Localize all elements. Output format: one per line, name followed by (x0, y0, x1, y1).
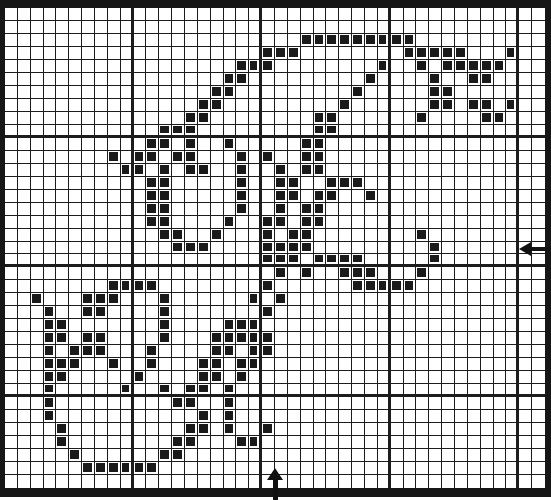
grid-cell (134, 293, 147, 306)
grid-cell (365, 397, 378, 410)
grid-cell (352, 397, 365, 410)
grid-cell (69, 462, 82, 475)
grid-cell (506, 34, 519, 47)
grid-cell (481, 319, 494, 332)
grid-cell (198, 86, 211, 99)
grid-cell (301, 112, 314, 125)
stitch-cell-filled (275, 242, 288, 255)
grid-cell (211, 475, 224, 488)
grid-cell (326, 332, 339, 345)
grid-cell (5, 242, 18, 255)
grid-cell (236, 138, 249, 151)
grid-cell (236, 216, 249, 229)
grid-cell (108, 423, 121, 436)
grid-cell (249, 151, 262, 164)
grid-cell (481, 436, 494, 449)
grid-cell (391, 267, 404, 280)
stitch-cell-filled (172, 449, 185, 462)
grid-cell (95, 112, 108, 125)
grid-cell (82, 21, 95, 34)
grid-cell (108, 47, 121, 60)
grid-cell (339, 462, 352, 475)
grid-cell (506, 475, 519, 488)
grid-cell (391, 371, 404, 384)
grid-cell (416, 449, 429, 462)
grid-cell (82, 73, 95, 86)
grid-cell (378, 371, 391, 384)
grid-cell (506, 21, 519, 34)
grid-cell (108, 384, 121, 397)
grid-cell (301, 410, 314, 423)
grid-cell (95, 449, 108, 462)
grid-cell (146, 8, 159, 21)
grid-cell (159, 242, 172, 255)
grid-cell (249, 280, 262, 293)
grid-cell (211, 190, 224, 203)
grid-cell (5, 254, 18, 267)
stitch-cell-filled (481, 99, 494, 112)
grid-cell (56, 280, 69, 293)
grid-cell (172, 462, 185, 475)
grid-cell (378, 138, 391, 151)
grid-cell (31, 449, 44, 462)
grid-cell (442, 112, 455, 125)
grid-cell (506, 125, 519, 138)
stitch-cell-filled (236, 190, 249, 203)
grid-cell (44, 293, 57, 306)
grid-cell (301, 99, 314, 112)
grid-cell (416, 8, 429, 21)
grid-cell (56, 254, 69, 267)
grid-cell (506, 462, 519, 475)
grid-cell (69, 475, 82, 488)
grid-cell (82, 449, 95, 462)
grid-cell (134, 138, 147, 151)
grid-cell (224, 475, 237, 488)
grid-cell (314, 397, 327, 410)
grid-cell (18, 254, 31, 267)
stitch-cell-filled (198, 242, 211, 255)
stitch-cell-filled (121, 164, 134, 177)
grid-cell (301, 436, 314, 449)
grid-cell (339, 190, 352, 203)
grid-cell (69, 436, 82, 449)
grid-cell (18, 449, 31, 462)
grid-cell (262, 319, 275, 332)
grid-cell (249, 112, 262, 125)
grid-cell (416, 242, 429, 255)
grid-cell (5, 332, 18, 345)
grid-cell (82, 164, 95, 177)
grid-cell (172, 86, 185, 99)
grid-cell (44, 138, 57, 151)
stitch-cell-filled (314, 151, 327, 164)
grid-cell (134, 332, 147, 345)
grid-cell (236, 345, 249, 358)
stitch-cell-filled (159, 164, 172, 177)
grid-cell (146, 125, 159, 138)
grid-cell (442, 462, 455, 475)
grid-cell (31, 86, 44, 99)
stitch-cell-filled (275, 203, 288, 216)
grid-cell (82, 112, 95, 125)
grid-cell (44, 151, 57, 164)
grid-cell (224, 60, 237, 73)
stitch-cell-filled (185, 112, 198, 125)
grid-cell (339, 47, 352, 60)
grid-cell (31, 280, 44, 293)
grid-cell (365, 86, 378, 99)
stitch-cell-filled (134, 462, 147, 475)
grid-cell (5, 423, 18, 436)
grid-cell (249, 177, 262, 190)
grid-cell (198, 319, 211, 332)
grid-cell (134, 112, 147, 125)
grid-cell (481, 423, 494, 436)
grid-cell (301, 86, 314, 99)
pattern-chart-page (0, 0, 551, 500)
grid-cell (506, 177, 519, 190)
stitch-cell-filled (146, 203, 159, 216)
grid-cell (404, 73, 417, 86)
grid-cell (69, 112, 82, 125)
grid-cell (275, 151, 288, 164)
grid-cell (56, 21, 69, 34)
grid-cell (185, 254, 198, 267)
stitch-cell-filled (236, 73, 249, 86)
grid-cell (211, 47, 224, 60)
grid-cell (185, 475, 198, 488)
grid-cell (249, 449, 262, 462)
grid-cell (301, 423, 314, 436)
stitch-cell-filled (224, 332, 237, 345)
grid-cell (5, 436, 18, 449)
grid-cell (455, 125, 468, 138)
grid-cell (339, 138, 352, 151)
grid-cell (301, 177, 314, 190)
grid-cell (69, 125, 82, 138)
grid-cell (95, 34, 108, 47)
grid-cell (108, 216, 121, 229)
grid-cell (172, 203, 185, 216)
grid-cell (416, 371, 429, 384)
grid-cell (339, 112, 352, 125)
grid-cell (416, 319, 429, 332)
grid-cell (69, 8, 82, 21)
grid-cell (468, 449, 481, 462)
grid-cell (339, 306, 352, 319)
grid-cell (378, 306, 391, 319)
grid-cell (249, 423, 262, 436)
grid-cell (429, 436, 442, 449)
stitch-cell-filled (108, 293, 121, 306)
grid-cell (468, 151, 481, 164)
grid-cell (468, 423, 481, 436)
grid-cell (134, 86, 147, 99)
stitch-cell-filled (146, 177, 159, 190)
grid-cell (326, 358, 339, 371)
grid-cell (404, 125, 417, 138)
grid-cell (172, 34, 185, 47)
grid-cell (275, 99, 288, 112)
grid-cell (224, 34, 237, 47)
grid-cell (506, 112, 519, 125)
grid-cell (301, 345, 314, 358)
grid-cell (146, 293, 159, 306)
grid-cell (108, 203, 121, 216)
stitch-cell-filled (468, 99, 481, 112)
grid-cell (224, 449, 237, 462)
grid-cell (506, 384, 519, 397)
stitch-cell-filled (481, 73, 494, 86)
stitch-cell-filled (44, 397, 57, 410)
grid-cell (249, 86, 262, 99)
grid-cell (69, 86, 82, 99)
grid-cell (18, 177, 31, 190)
grid-cell (326, 345, 339, 358)
stitch-cell-filled (262, 254, 275, 267)
grid-cell (455, 151, 468, 164)
grid-cell (134, 436, 147, 449)
grid-cell (56, 345, 69, 358)
stitch-cell-filled (95, 462, 108, 475)
grid-cell (416, 436, 429, 449)
grid-cell (198, 21, 211, 34)
grid-cell (481, 293, 494, 306)
grid-cell (391, 436, 404, 449)
grid-cell (326, 60, 339, 73)
stitch-cell-filled (236, 60, 249, 73)
stitch-cell-filled (249, 358, 262, 371)
grid-cell (404, 254, 417, 267)
grid-cell (159, 423, 172, 436)
grid-cell (288, 99, 301, 112)
grid-cell (519, 203, 532, 216)
grid-cell (301, 190, 314, 203)
grid-cell (314, 60, 327, 73)
grid-cell (301, 8, 314, 21)
grid-cell (339, 371, 352, 384)
grid-cell (442, 203, 455, 216)
grid-cell (532, 151, 545, 164)
grid-cell (185, 306, 198, 319)
stitch-cell-filled (314, 254, 327, 267)
grid-cell (391, 254, 404, 267)
stitch-cell-filled (416, 229, 429, 242)
grid-cell (185, 371, 198, 384)
stitch-cell-filled (249, 436, 262, 449)
grid-cell (108, 86, 121, 99)
grid-cell (82, 47, 95, 60)
stitch-cell-filled (301, 34, 314, 47)
stitch-cell-filled (275, 293, 288, 306)
grid-cell (108, 190, 121, 203)
grid-cell (506, 242, 519, 255)
grid-cell (82, 34, 95, 47)
stitch-cell-filled (159, 138, 172, 151)
stitch-cell-filled (301, 138, 314, 151)
grid-cell (5, 73, 18, 86)
grid-cell (224, 151, 237, 164)
grid-cell (378, 216, 391, 229)
stitch-cell-filled (339, 34, 352, 47)
grid-cell (314, 475, 327, 488)
grid-cell (18, 99, 31, 112)
grid-cell (494, 254, 507, 267)
grid-cell (404, 384, 417, 397)
grid-cell (44, 34, 57, 47)
grid-cell (236, 475, 249, 488)
grid-cell (301, 280, 314, 293)
grid-cell (391, 125, 404, 138)
stitch-cell-filled (172, 397, 185, 410)
grid-cell (391, 8, 404, 21)
grid-cell (56, 73, 69, 86)
stitch-cell-filled (481, 112, 494, 125)
grid-cell (391, 151, 404, 164)
grid-cell (82, 358, 95, 371)
grid-cell (519, 73, 532, 86)
stitch-cell-filled (224, 138, 237, 151)
stitch-cell-filled (44, 384, 57, 397)
grid-cell (378, 410, 391, 423)
grid-cell (44, 8, 57, 21)
grid-cell (198, 449, 211, 462)
grid-cell (172, 306, 185, 319)
stitch-cell-filled (121, 280, 134, 293)
grid-cell (339, 8, 352, 21)
stitch-cell-filled (159, 216, 172, 229)
grid-cell (44, 99, 57, 112)
grid-cell (95, 216, 108, 229)
grid-cell (352, 242, 365, 255)
grid-cell (185, 449, 198, 462)
stitch-cell-filled (249, 345, 262, 358)
grid-cell (5, 345, 18, 358)
grid-cell (5, 267, 18, 280)
stitch-chart-grid (0, 0, 551, 497)
grid-cell (172, 164, 185, 177)
grid-cell (224, 177, 237, 190)
grid-cell (532, 216, 545, 229)
grid-cell (134, 47, 147, 60)
grid-cell (44, 423, 57, 436)
grid-cell (288, 216, 301, 229)
grid-cell (391, 449, 404, 462)
grid-cell (262, 138, 275, 151)
grid-cell (352, 112, 365, 125)
grid-cell (468, 306, 481, 319)
grid-cell (314, 358, 327, 371)
grid-cell (262, 358, 275, 371)
stitch-cell-filled (146, 151, 159, 164)
grid-cell (352, 229, 365, 242)
grid-cell (121, 229, 134, 242)
grid-cell (455, 164, 468, 177)
grid-cell (442, 254, 455, 267)
grid-cell (519, 125, 532, 138)
grid-cell (159, 345, 172, 358)
stitch-cell-filled (82, 462, 95, 475)
center-column-arrow-icon (266, 468, 284, 500)
grid-cell (31, 47, 44, 60)
grid-cell (5, 190, 18, 203)
grid-cell (519, 280, 532, 293)
grid-cell (172, 358, 185, 371)
grid-cell (532, 86, 545, 99)
grid-cell (494, 21, 507, 34)
grid-cell (18, 332, 31, 345)
grid-cell (494, 345, 507, 358)
grid-cell (378, 384, 391, 397)
grid-cell (519, 293, 532, 306)
grid-cell (532, 73, 545, 86)
grid-cell (339, 216, 352, 229)
grid-cell (262, 293, 275, 306)
grid-cell (211, 177, 224, 190)
grid-cell (5, 138, 18, 151)
grid-cell (326, 449, 339, 462)
stitch-cell-filled (429, 242, 442, 255)
grid-cell (121, 190, 134, 203)
grid-cell (455, 358, 468, 371)
stitch-cell-filled (288, 177, 301, 190)
grid-cell (121, 203, 134, 216)
grid-cell (108, 371, 121, 384)
grid-cell (249, 410, 262, 423)
grid-cell (172, 332, 185, 345)
grid-cell (198, 151, 211, 164)
grid-cell (82, 319, 95, 332)
grid-cell (275, 306, 288, 319)
grid-cell (404, 177, 417, 190)
grid-cell (416, 410, 429, 423)
grid-cell (416, 138, 429, 151)
grid-cell (429, 164, 442, 177)
grid-cell (198, 436, 211, 449)
grid-cell (172, 138, 185, 151)
grid-cell (352, 423, 365, 436)
grid-cell (468, 138, 481, 151)
grid-cell (481, 86, 494, 99)
stitch-cell-filled (352, 254, 365, 267)
grid-cell (494, 436, 507, 449)
grid-cell (108, 397, 121, 410)
grid-cell (262, 397, 275, 410)
grid-cell (442, 293, 455, 306)
grid-cell (185, 47, 198, 60)
grid-cell (404, 306, 417, 319)
grid-cell (455, 86, 468, 99)
stitch-cell-filled (185, 423, 198, 436)
stitch-cell-filled (172, 229, 185, 242)
grid-cell (121, 112, 134, 125)
grid-cell (95, 384, 108, 397)
grid-cell (404, 21, 417, 34)
grid-cell (301, 397, 314, 410)
grid-cell (519, 34, 532, 47)
grid-cell (391, 99, 404, 112)
grid-cell (249, 462, 262, 475)
stitch-cell-filled (236, 358, 249, 371)
stitch-cell-filled (326, 34, 339, 47)
grid-cell (95, 125, 108, 138)
stitch-cell-filled (224, 86, 237, 99)
grid-cell (262, 384, 275, 397)
grid-cell (404, 267, 417, 280)
grid-cell (198, 280, 211, 293)
grid-cell (481, 384, 494, 397)
